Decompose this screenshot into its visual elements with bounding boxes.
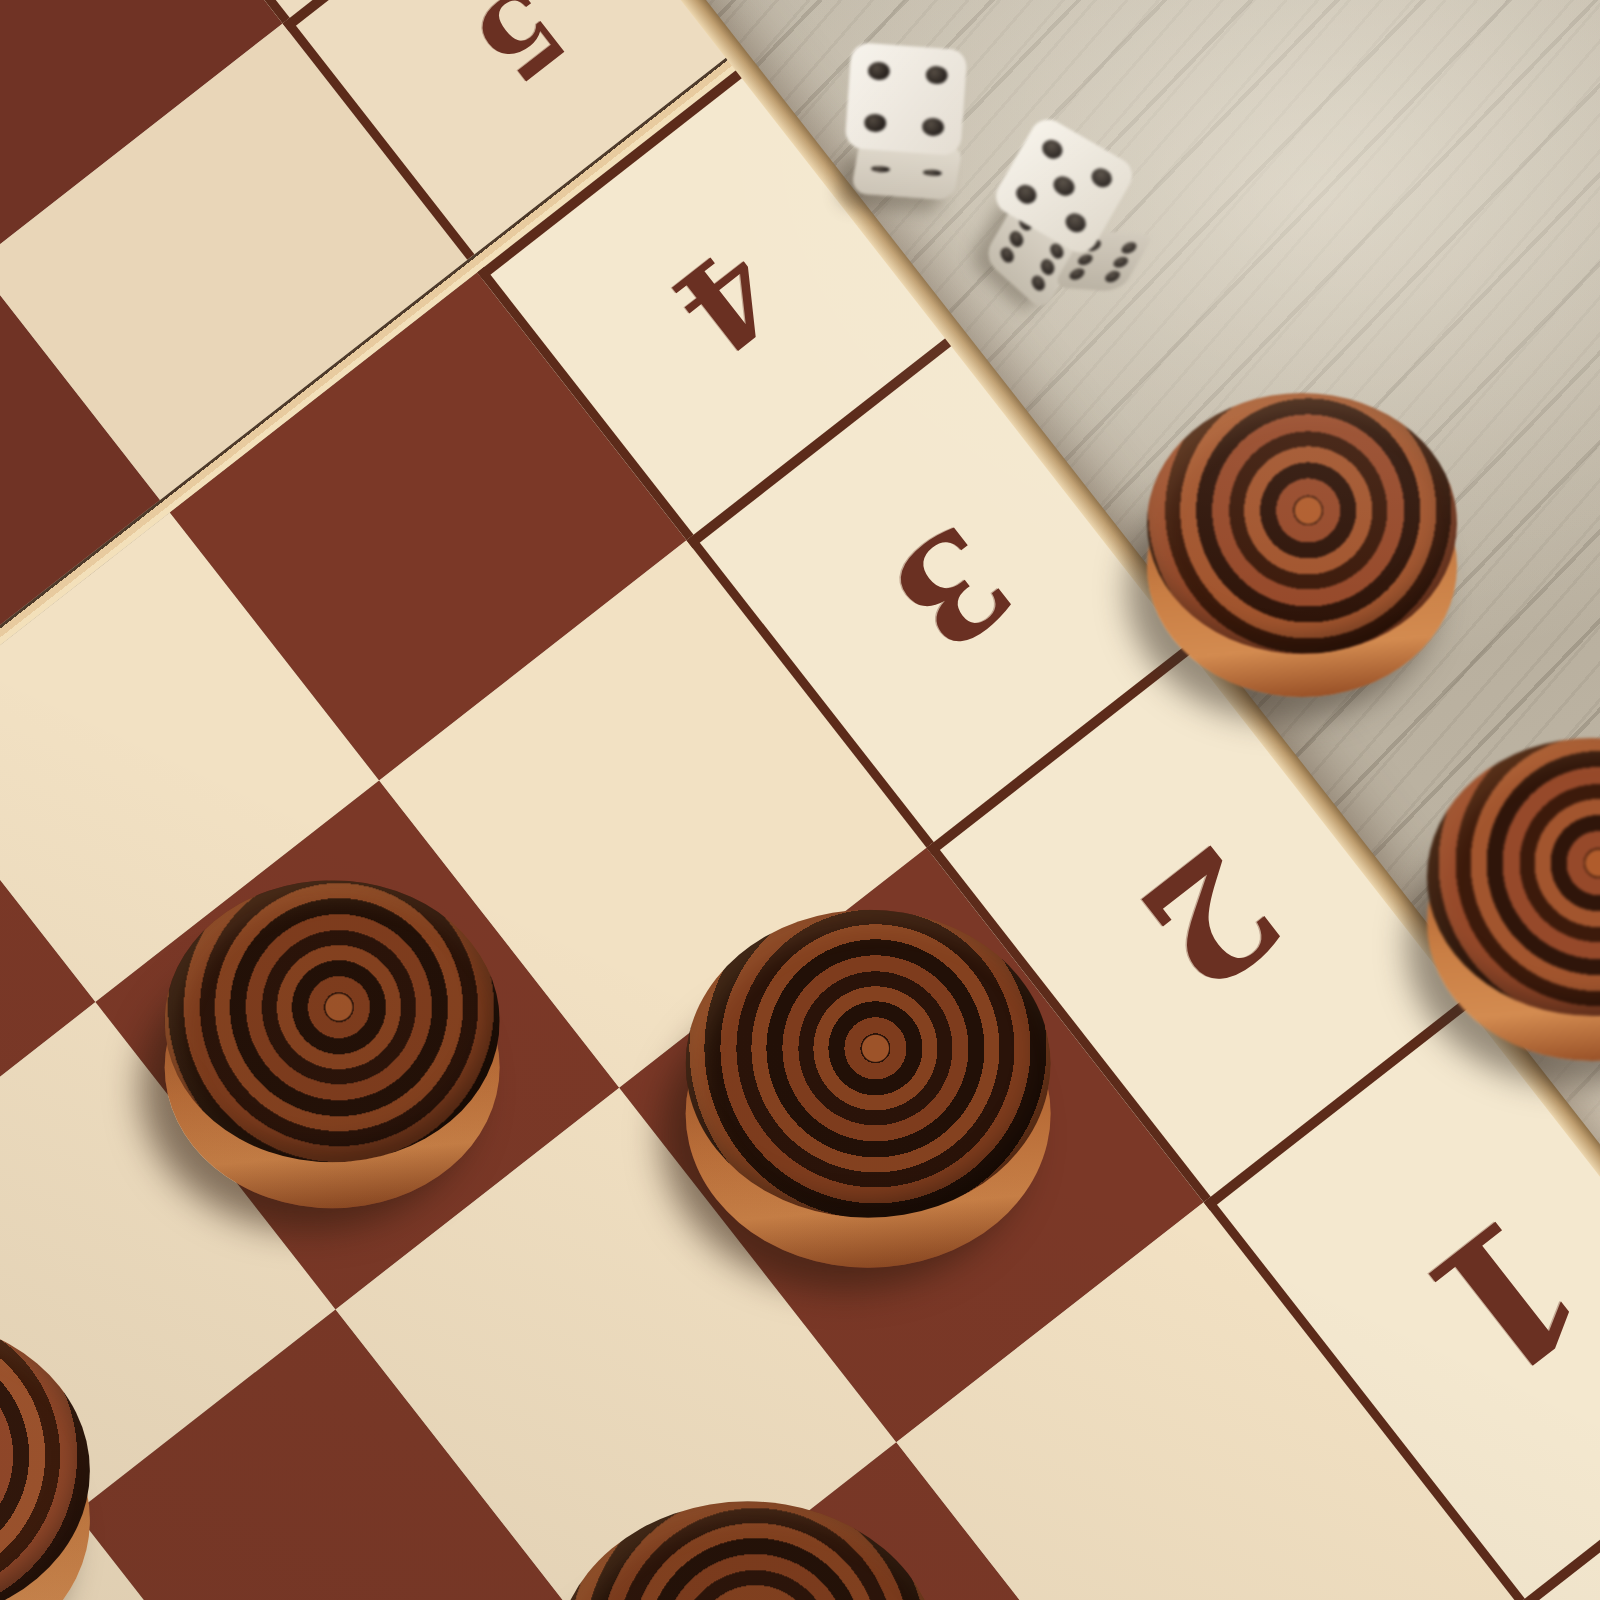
die-pip xyxy=(1050,173,1078,200)
die-pip-empty xyxy=(1023,242,1041,264)
checker-top-rings xyxy=(555,1501,940,1600)
die-pip xyxy=(1007,228,1025,250)
die-pip xyxy=(1038,136,1066,163)
die-pip xyxy=(1029,272,1047,294)
rank-label-4: 4 xyxy=(655,226,797,374)
die-pip-empty xyxy=(1102,241,1121,253)
die-pip-empty xyxy=(894,180,914,187)
die-pip-empty xyxy=(869,178,889,185)
die-pip-empty xyxy=(873,153,893,160)
die-pip-empty xyxy=(920,182,940,189)
die-pip xyxy=(998,244,1016,266)
rank-label-1: 1 xyxy=(1398,1185,1600,1409)
die-pip-empty xyxy=(1037,195,1065,222)
checker-a2[interactable] xyxy=(614,835,1122,1342)
scene-photo-checkers: 54321 xyxy=(0,0,1600,1600)
checker-top-rings xyxy=(165,880,500,1162)
die-pip-empty xyxy=(1075,187,1103,214)
die-2[interactable] xyxy=(992,134,1157,304)
die-pip-empty xyxy=(899,155,919,162)
die-pip xyxy=(922,117,945,137)
checker-b3[interactable] xyxy=(99,812,565,1277)
rank-label-5: 5 xyxy=(457,0,583,101)
die-pip xyxy=(1039,256,1057,278)
die-pip-empty xyxy=(1014,258,1032,280)
die-pip-empty xyxy=(1093,255,1112,267)
checker-top-rings xyxy=(1147,393,1457,654)
die-pip xyxy=(1088,164,1116,191)
die-pip xyxy=(1119,242,1138,254)
die-pip-empty xyxy=(1063,150,1091,177)
die-pip xyxy=(922,169,942,176)
die-pip-empty xyxy=(895,89,918,109)
die-pip-empty xyxy=(893,115,916,135)
rank-label-2: 2 xyxy=(1115,820,1304,1017)
die-pip-empty xyxy=(1025,158,1053,185)
die-pip xyxy=(1012,181,1040,208)
die-pip xyxy=(867,61,890,81)
die-pip-empty xyxy=(924,157,944,164)
die-pip xyxy=(1062,210,1090,237)
checker-off-board-2[interactable] xyxy=(1427,738,1600,1061)
die-pip-empty xyxy=(896,167,916,174)
die-pip-empty xyxy=(896,63,919,83)
die-pip xyxy=(926,65,949,85)
board-assembly: 54321 xyxy=(0,0,1600,1600)
die-pip-empty xyxy=(1085,270,1104,282)
die-pip xyxy=(1111,256,1130,268)
die-1[interactable] xyxy=(848,46,973,198)
die-pip xyxy=(871,166,891,173)
die-pip xyxy=(1103,271,1122,283)
die-pip xyxy=(1076,254,1095,266)
checker-top-rings xyxy=(686,910,1051,1218)
die-1-top-face xyxy=(844,42,967,156)
checker-off-board-1[interactable] xyxy=(1147,393,1457,697)
die-pip xyxy=(1067,268,1086,280)
die-pip xyxy=(863,113,886,133)
rank-label-3: 3 xyxy=(870,502,1033,672)
die-pip-empty xyxy=(924,91,947,111)
die-pip-empty xyxy=(865,87,888,107)
